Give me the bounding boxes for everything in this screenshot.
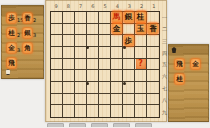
- sente-hand-tile-桂[interactable]: 桂: [175, 74, 184, 85]
- board-square-7五[interactable]: [75, 59, 87, 71]
- gote-hand-tile-歩[interactable]: 歩: [7, 13, 16, 24]
- board-square-4五[interactable]: [111, 59, 123, 71]
- gote-hand-count-金: 3: [17, 47, 20, 53]
- board-square-1二[interactable]: 香: [147, 24, 159, 36]
- board-square-9一[interactable]: [51, 12, 63, 24]
- board-square-2四[interactable]: [135, 47, 147, 59]
- board-square-6四[interactable]: [87, 47, 99, 59]
- board-square-2七[interactable]: [135, 82, 147, 94]
- rank-label-三: 三: [162, 35, 168, 47]
- piece-歩-3三[interactable]: 歩: [124, 35, 134, 46]
- nav-button-3[interactable]: [91, 123, 108, 128]
- file-label-8: 8: [62, 3, 74, 10]
- board-square-4八[interactable]: [111, 94, 123, 106]
- board-square-6三[interactable]: [87, 35, 99, 47]
- board-square-8一[interactable]: [63, 12, 75, 24]
- board-square-1七[interactable]: [147, 82, 159, 94]
- board-square-7二[interactable]: [75, 24, 87, 36]
- promoted-piece-馬-4一[interactable]: 馬: [112, 12, 122, 23]
- sente-hand-piece-飛[interactable]: 飛: [175, 57, 191, 69]
- board-square-7三[interactable]: [75, 35, 87, 47]
- board-square-2八[interactable]: [135, 94, 147, 106]
- board-square-6一[interactable]: [87, 12, 99, 24]
- gote-hand-tile-角[interactable]: 角: [23, 43, 32, 54]
- board-square-5三[interactable]: [99, 35, 111, 47]
- board-square-5二[interactable]: [99, 24, 111, 36]
- board-square-8五[interactable]: [63, 59, 75, 71]
- nav-button-2[interactable]: [69, 123, 86, 128]
- gote-hand-piece-銀[interactable]: 銀3: [23, 26, 39, 38]
- rank-label-二: 二: [162, 23, 168, 35]
- board-square-2一[interactable]: 桂: [135, 12, 147, 24]
- rank-coordinates: 一二三四五六七八九: [162, 11, 168, 118]
- piece-桂-2一[interactable]: 桂: [136, 12, 146, 23]
- board-square-8六[interactable]: [63, 70, 75, 82]
- file-label-2: 2: [136, 3, 148, 10]
- file-label-9: 9: [50, 3, 62, 10]
- board-square-5六[interactable]: [99, 70, 111, 82]
- board-square-9二[interactable]: [51, 24, 63, 36]
- board-square-4七[interactable]: [111, 82, 123, 94]
- gote-hand-list: 歩15香2桂2銀3金3角飛: [2, 6, 41, 71]
- board-square-9三[interactable]: [51, 35, 63, 47]
- gote-hand-count-香: 2: [33, 17, 36, 23]
- board-square-3九[interactable]: [123, 105, 135, 117]
- file-label-1: 1: [148, 3, 160, 10]
- board-square-1四[interactable]: [147, 47, 159, 59]
- gote-hand-panel: 歩15香2桂2銀3金3角飛: [1, 5, 44, 79]
- board-square-9八[interactable]: [51, 94, 63, 106]
- shogi-board-grid: 馬銀桂金玉香歩?: [50, 11, 160, 118]
- board-square-7四[interactable]: [75, 47, 87, 59]
- file-coordinates: 987654321: [50, 3, 160, 10]
- board-square-4九[interactable]: [111, 105, 123, 117]
- board-square-9九[interactable]: [51, 105, 63, 117]
- board-square-9五[interactable]: [51, 59, 63, 71]
- gote-hand-count-桂: 2: [17, 32, 20, 38]
- board-square-2九[interactable]: [135, 105, 147, 117]
- gote-hand-count-銀: 3: [33, 32, 36, 38]
- board-square-8八[interactable]: [63, 94, 75, 106]
- board-square-5七[interactable]: [99, 82, 111, 94]
- board-square-7一[interactable]: [75, 12, 87, 24]
- file-label-6: 6: [87, 3, 99, 10]
- file-label-5: 5: [99, 3, 111, 10]
- board-square-1五[interactable]: [147, 59, 159, 71]
- rank-label-八: 八: [162, 94, 168, 106]
- board-square-2五[interactable]: ?: [135, 59, 147, 71]
- board-square-5一[interactable]: [99, 12, 111, 24]
- sente-hand-panel: 飛金桂: [168, 44, 209, 122]
- gote-hand-tile-飛[interactable]: 飛: [7, 58, 16, 69]
- board-square-4六[interactable]: [111, 70, 123, 82]
- gote-hand-piece-金[interactable]: 金3: [7, 41, 23, 53]
- gote-hand-tile-香[interactable]: 香: [23, 13, 32, 24]
- star-point: [86, 82, 89, 85]
- board-square-3六[interactable]: [123, 70, 135, 82]
- rank-label-九: 九: [162, 106, 168, 118]
- board-square-8四[interactable]: [63, 47, 75, 59]
- gote-hand-tile-桂[interactable]: 桂: [7, 28, 16, 39]
- board-square-6五[interactable]: [87, 59, 99, 71]
- gote-hand-piece-角[interactable]: 角: [23, 41, 39, 53]
- file-label-3: 3: [123, 3, 135, 10]
- gote-hand-piece-香[interactable]: 香2: [23, 11, 39, 23]
- board-square-9七[interactable]: [51, 82, 63, 94]
- navigation-bar: [45, 123, 169, 128]
- piece-金-4二[interactable]: 金: [112, 24, 122, 35]
- board-square-1一[interactable]: [147, 12, 159, 24]
- sente-hand-piece-金[interactable]: 金: [191, 57, 207, 69]
- star-point: [123, 46, 126, 49]
- gote-hand-tile-銀[interactable]: 銀: [23, 28, 32, 39]
- nav-button-4[interactable]: [113, 123, 130, 128]
- board-square-8三[interactable]: [63, 35, 75, 47]
- gote-hand-piece-歩[interactable]: 歩15: [7, 11, 23, 23]
- piece-香-1二[interactable]: 香: [148, 24, 158, 35]
- board-square-4二[interactable]: 金: [111, 24, 123, 36]
- rank-label-七: 七: [162, 82, 168, 94]
- board-square-9六[interactable]: [51, 70, 63, 82]
- board-square-8二[interactable]: [63, 24, 75, 36]
- board-square-3五[interactable]: [123, 59, 135, 71]
- gote-hand-piece-飛[interactable]: 飛: [7, 56, 23, 68]
- gote-hand-tile-金[interactable]: 金: [7, 43, 16, 54]
- board-square-5四[interactable]: [99, 47, 111, 59]
- nav-button-1[interactable]: [47, 123, 64, 128]
- board-square-5八[interactable]: [99, 94, 111, 106]
- board-square-1六[interactable]: [147, 70, 159, 82]
- rank-label-六: 六: [162, 70, 168, 82]
- board-square-7八[interactable]: [75, 94, 87, 106]
- move-question-marker-2五[interactable]: ?: [136, 59, 146, 69]
- board-square-8九[interactable]: [63, 105, 75, 117]
- board-square-1三[interactable]: [147, 35, 159, 47]
- board-square-2二[interactable]: 玉: [135, 24, 147, 36]
- board-square-9四[interactable]: [51, 47, 63, 59]
- board-square-7六[interactable]: [75, 70, 87, 82]
- shogi-board-panel: 987654321 一二三四五六七八九 馬銀桂金玉香歩?: [45, 0, 167, 122]
- sente-hand-piece-桂[interactable]: 桂: [175, 72, 191, 84]
- board-square-5五[interactable]: [99, 59, 111, 71]
- board-square-2六[interactable]: [135, 70, 147, 82]
- board-square-6九[interactable]: [87, 105, 99, 117]
- board-square-7九[interactable]: [75, 105, 87, 117]
- rank-label-四: 四: [162, 47, 168, 59]
- file-label-4: 4: [111, 3, 123, 10]
- piece-銀-3一[interactable]: 銀: [124, 12, 134, 23]
- board-square-4一[interactable]: 馬: [111, 12, 123, 24]
- board-square-4三[interactable]: [111, 35, 123, 47]
- sente-hand-tile-金[interactable]: 金: [191, 59, 200, 70]
- gote-hand-piece-桂[interactable]: 桂2: [7, 26, 23, 38]
- board-square-1八[interactable]: [147, 94, 159, 106]
- rank-label-五: 五: [162, 59, 168, 71]
- board-square-3八[interactable]: [123, 94, 135, 106]
- board-square-4四[interactable]: [111, 47, 123, 59]
- piece-玉-2二[interactable]: 玉: [136, 24, 146, 35]
- board-square-6八[interactable]: [87, 94, 99, 106]
- file-label-7: 7: [74, 3, 86, 10]
- star-point: [123, 82, 126, 85]
- board-square-2三[interactable]: [135, 35, 147, 47]
- board-square-3一[interactable]: 銀: [123, 12, 135, 24]
- nav-button-5[interactable]: [135, 123, 152, 128]
- board-square-6六[interactable]: [87, 70, 99, 82]
- sente-hand-tile-飛[interactable]: 飛: [175, 59, 184, 70]
- board-square-5九[interactable]: [99, 105, 111, 117]
- rank-label-一: 一: [162, 11, 168, 23]
- board-square-1九[interactable]: [147, 105, 159, 117]
- board-square-6二[interactable]: [87, 24, 99, 36]
- board-square-3二[interactable]: [123, 24, 135, 36]
- board-square-8七[interactable]: [63, 82, 75, 94]
